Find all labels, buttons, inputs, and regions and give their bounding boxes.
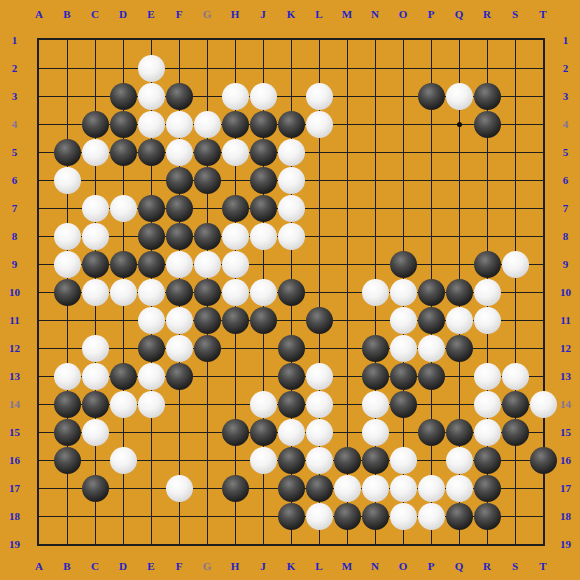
black-stone-B5 — [54, 139, 81, 166]
white-stone-F17 — [166, 475, 193, 502]
black-stone-E8 — [138, 223, 165, 250]
white-stone-E14 — [138, 391, 165, 418]
white-stone-L3 — [306, 83, 333, 110]
white-stone-Q3 — [446, 83, 473, 110]
row-label-right-2: 2 — [553, 61, 578, 75]
white-stone-B6 — [54, 167, 81, 194]
black-stone-P3 — [418, 83, 445, 110]
black-stone-J11 — [250, 307, 277, 334]
black-stone-K13 — [278, 363, 305, 390]
white-stone-E13 — [138, 363, 165, 390]
row-label-right-12: 12 — [553, 341, 578, 355]
black-stone-N16 — [362, 447, 389, 474]
column-label-bottom-J: J — [253, 559, 273, 573]
row-label-left-11: 11 — [2, 313, 27, 327]
column-label-top-B: B — [57, 7, 77, 21]
row-label-right-16: 16 — [553, 453, 578, 467]
black-stone-D3 — [110, 83, 137, 110]
white-stone-C13 — [82, 363, 109, 390]
white-stone-D7 — [110, 195, 137, 222]
black-stone-S14 — [502, 391, 529, 418]
row-label-left-12: 12 — [2, 341, 27, 355]
black-stone-K16 — [278, 447, 305, 474]
white-stone-O10 — [390, 279, 417, 306]
row-label-left-10: 10 — [2, 285, 27, 299]
white-stone-R11 — [474, 307, 501, 334]
row-label-right-15: 15 — [553, 425, 578, 439]
white-stone-K7 — [278, 195, 305, 222]
black-stone-D4 — [110, 111, 137, 138]
column-label-bottom-N: N — [365, 559, 385, 573]
white-stone-E4 — [138, 111, 165, 138]
row-label-left-14: 14 — [2, 397, 27, 411]
white-stone-B13 — [54, 363, 81, 390]
row-label-right-7: 7 — [553, 201, 578, 215]
black-stone-L17 — [306, 475, 333, 502]
row-label-left-5: 5 — [2, 145, 27, 159]
black-stone-K14 — [278, 391, 305, 418]
column-label-top-M: M — [337, 7, 357, 21]
white-stone-J8 — [250, 223, 277, 250]
row-label-right-14: 14 — [553, 397, 578, 411]
go-board[interactable]: ABCDEFGHJKLMNOPQRST ABCDEFGHJKLMNOPQRST … — [0, 0, 580, 580]
column-label-top-N: N — [365, 7, 385, 21]
black-stone-C14 — [82, 391, 109, 418]
black-stone-Q18 — [446, 503, 473, 530]
black-stone-G8 — [194, 223, 221, 250]
column-label-top-D: D — [113, 7, 133, 21]
row-label-right-10: 10 — [553, 285, 578, 299]
white-stone-N17 — [362, 475, 389, 502]
white-stone-H8 — [222, 223, 249, 250]
white-stone-C12 — [82, 335, 109, 362]
white-stone-K6 — [278, 167, 305, 194]
black-stone-H17 — [222, 475, 249, 502]
white-stone-F4 — [166, 111, 193, 138]
black-stone-N13 — [362, 363, 389, 390]
black-stone-H4 — [222, 111, 249, 138]
black-stone-E7 — [138, 195, 165, 222]
row-label-left-4: 4 — [2, 117, 27, 131]
white-stone-P12 — [418, 335, 445, 362]
black-stone-D5 — [110, 139, 137, 166]
black-stone-F10 — [166, 279, 193, 306]
black-stone-C17 — [82, 475, 109, 502]
column-label-top-P: P — [421, 7, 441, 21]
white-stone-F5 — [166, 139, 193, 166]
white-stone-F9 — [166, 251, 193, 278]
black-stone-P10 — [418, 279, 445, 306]
white-stone-Q17 — [446, 475, 473, 502]
black-stone-K17 — [278, 475, 305, 502]
white-stone-N10 — [362, 279, 389, 306]
white-stone-K15 — [278, 419, 305, 446]
column-label-bottom-Q: Q — [449, 559, 469, 573]
white-stone-P17 — [418, 475, 445, 502]
black-stone-Q15 — [446, 419, 473, 446]
column-label-top-K: K — [281, 7, 301, 21]
black-stone-P15 — [418, 419, 445, 446]
white-stone-E10 — [138, 279, 165, 306]
row-label-left-3: 3 — [2, 89, 27, 103]
white-stone-L13 — [306, 363, 333, 390]
row-label-right-8: 8 — [553, 229, 578, 243]
row-label-left-6: 6 — [2, 173, 27, 187]
white-stone-K8 — [278, 223, 305, 250]
black-stone-M16 — [334, 447, 361, 474]
white-stone-E11 — [138, 307, 165, 334]
black-stone-D13 — [110, 363, 137, 390]
white-stone-G4 — [194, 111, 221, 138]
white-stone-D16 — [110, 447, 137, 474]
white-stone-P18 — [418, 503, 445, 530]
white-stone-J14 — [250, 391, 277, 418]
row-label-right-1: 1 — [553, 33, 578, 47]
black-stone-E5 — [138, 139, 165, 166]
black-stone-K10 — [278, 279, 305, 306]
white-stone-E3 — [138, 83, 165, 110]
column-label-top-O: O — [393, 7, 413, 21]
white-stone-L18 — [306, 503, 333, 530]
black-stone-B16 — [54, 447, 81, 474]
column-label-bottom-H: H — [225, 559, 245, 573]
white-stone-O17 — [390, 475, 417, 502]
black-stone-R18 — [474, 503, 501, 530]
row-label-right-17: 17 — [553, 481, 578, 495]
black-stone-P11 — [418, 307, 445, 334]
grid-line-vertical — [515, 40, 516, 544]
black-stone-E12 — [138, 335, 165, 362]
white-stone-C8 — [82, 223, 109, 250]
white-stone-R15 — [474, 419, 501, 446]
white-stone-O18 — [390, 503, 417, 530]
white-stone-T14 — [530, 391, 557, 418]
row-label-left-15: 15 — [2, 425, 27, 439]
column-label-top-F: F — [169, 7, 189, 21]
white-stone-R10 — [474, 279, 501, 306]
black-stone-G5 — [194, 139, 221, 166]
white-stone-C10 — [82, 279, 109, 306]
row-label-right-9: 9 — [553, 257, 578, 271]
row-label-right-19: 19 — [553, 537, 578, 551]
white-stone-K5 — [278, 139, 305, 166]
column-label-top-H: H — [225, 7, 245, 21]
black-stone-Q12 — [446, 335, 473, 362]
white-stone-F12 — [166, 335, 193, 362]
white-stone-D10 — [110, 279, 137, 306]
white-stone-L14 — [306, 391, 333, 418]
column-label-top-J: J — [253, 7, 273, 21]
black-stone-G12 — [194, 335, 221, 362]
white-stone-C7 — [82, 195, 109, 222]
black-stone-O9 — [390, 251, 417, 278]
row-label-right-11: 11 — [553, 313, 578, 327]
black-stone-C9 — [82, 251, 109, 278]
white-stone-R13 — [474, 363, 501, 390]
column-label-bottom-C: C — [85, 559, 105, 573]
white-stone-L4 — [306, 111, 333, 138]
white-stone-H9 — [222, 251, 249, 278]
column-label-bottom-B: B — [57, 559, 77, 573]
row-label-right-3: 3 — [553, 89, 578, 103]
row-label-right-4: 4 — [553, 117, 578, 131]
white-stone-B9 — [54, 251, 81, 278]
white-stone-O12 — [390, 335, 417, 362]
white-stone-H10 — [222, 279, 249, 306]
column-label-bottom-E: E — [141, 559, 161, 573]
column-label-bottom-P: P — [421, 559, 441, 573]
white-stone-Q16 — [446, 447, 473, 474]
white-stone-N15 — [362, 419, 389, 446]
white-stone-F11 — [166, 307, 193, 334]
row-label-left-16: 16 — [2, 453, 27, 467]
column-label-top-E: E — [141, 7, 161, 21]
column-label-bottom-M: M — [337, 559, 357, 573]
column-label-bottom-O: O — [393, 559, 413, 573]
white-stone-N14 — [362, 391, 389, 418]
star-point-Q4 — [457, 122, 462, 127]
black-stone-D9 — [110, 251, 137, 278]
black-stone-O14 — [390, 391, 417, 418]
column-label-top-L: L — [309, 7, 329, 21]
white-stone-H3 — [222, 83, 249, 110]
black-stone-N12 — [362, 335, 389, 362]
black-stone-G6 — [194, 167, 221, 194]
white-stone-J16 — [250, 447, 277, 474]
white-stone-L15 — [306, 419, 333, 446]
black-stone-P13 — [418, 363, 445, 390]
black-stone-J6 — [250, 167, 277, 194]
black-stone-K4 — [278, 111, 305, 138]
black-stone-F13 — [166, 363, 193, 390]
column-label-top-S: S — [505, 7, 525, 21]
row-label-right-18: 18 — [553, 509, 578, 523]
column-label-bottom-F: F — [169, 559, 189, 573]
column-label-bottom-G: G — [197, 559, 217, 573]
column-label-bottom-D: D — [113, 559, 133, 573]
black-stone-Q10 — [446, 279, 473, 306]
column-label-bottom-A: A — [29, 559, 49, 573]
row-label-left-9: 9 — [2, 257, 27, 271]
white-stone-S13 — [502, 363, 529, 390]
black-stone-F7 — [166, 195, 193, 222]
white-stone-H5 — [222, 139, 249, 166]
black-stone-J4 — [250, 111, 277, 138]
row-label-right-13: 13 — [553, 369, 578, 383]
white-stone-J10 — [250, 279, 277, 306]
row-label-left-17: 17 — [2, 481, 27, 495]
black-stone-J7 — [250, 195, 277, 222]
black-stone-J15 — [250, 419, 277, 446]
black-stone-R9 — [474, 251, 501, 278]
black-stone-M18 — [334, 503, 361, 530]
white-stone-Q11 — [446, 307, 473, 334]
black-stone-L11 — [306, 307, 333, 334]
black-stone-C4 — [82, 111, 109, 138]
white-stone-J3 — [250, 83, 277, 110]
black-stone-N18 — [362, 503, 389, 530]
column-label-bottom-S: S — [505, 559, 525, 573]
column-label-top-T: T — [533, 7, 553, 21]
column-label-top-R: R — [477, 7, 497, 21]
column-label-bottom-R: R — [477, 559, 497, 573]
black-stone-G11 — [194, 307, 221, 334]
black-stone-K12 — [278, 335, 305, 362]
black-stone-B14 — [54, 391, 81, 418]
black-stone-H15 — [222, 419, 249, 446]
row-label-left-1: 1 — [2, 33, 27, 47]
row-label-left-2: 2 — [2, 61, 27, 75]
black-stone-R4 — [474, 111, 501, 138]
white-stone-B8 — [54, 223, 81, 250]
column-label-top-Q: Q — [449, 7, 469, 21]
column-label-bottom-L: L — [309, 559, 329, 573]
black-stone-B15 — [54, 419, 81, 446]
row-label-right-6: 6 — [553, 173, 578, 187]
black-stone-R17 — [474, 475, 501, 502]
row-label-right-5: 5 — [553, 145, 578, 159]
column-label-top-C: C — [85, 7, 105, 21]
black-stone-R3 — [474, 83, 501, 110]
black-stone-F6 — [166, 167, 193, 194]
white-stone-C15 — [82, 419, 109, 446]
black-stone-J5 — [250, 139, 277, 166]
white-stone-E2 — [138, 55, 165, 82]
black-stone-G10 — [194, 279, 221, 306]
column-label-top-G: G — [197, 7, 217, 21]
black-stone-H11 — [222, 307, 249, 334]
row-label-left-8: 8 — [2, 229, 27, 243]
white-stone-G9 — [194, 251, 221, 278]
row-label-left-19: 19 — [2, 537, 27, 551]
black-stone-F8 — [166, 223, 193, 250]
black-stone-F3 — [166, 83, 193, 110]
black-stone-T16 — [530, 447, 557, 474]
white-stone-O16 — [390, 447, 417, 474]
white-stone-M17 — [334, 475, 361, 502]
black-stone-E9 — [138, 251, 165, 278]
black-stone-O13 — [390, 363, 417, 390]
black-stone-K18 — [278, 503, 305, 530]
row-label-left-18: 18 — [2, 509, 27, 523]
black-stone-H7 — [222, 195, 249, 222]
column-label-top-A: A — [29, 7, 49, 21]
white-stone-L16 — [306, 447, 333, 474]
white-stone-C5 — [82, 139, 109, 166]
black-stone-S15 — [502, 419, 529, 446]
column-label-bottom-K: K — [281, 559, 301, 573]
white-stone-D14 — [110, 391, 137, 418]
black-stone-B10 — [54, 279, 81, 306]
row-label-left-13: 13 — [2, 369, 27, 383]
white-stone-R14 — [474, 391, 501, 418]
black-stone-R16 — [474, 447, 501, 474]
white-stone-O11 — [390, 307, 417, 334]
white-stone-S9 — [502, 251, 529, 278]
row-label-left-7: 7 — [2, 201, 27, 215]
column-label-bottom-T: T — [533, 559, 553, 573]
